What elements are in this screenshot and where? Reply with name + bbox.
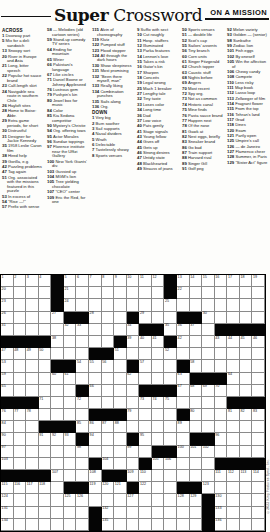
grid-cell[interactable] [240, 433, 253, 445]
grid-cell[interactable] [114, 312, 127, 324]
grid-cell[interactable] [102, 385, 115, 397]
grid-cell[interactable] [114, 397, 127, 409]
grid-cell[interactable]: 132 [102, 507, 115, 519]
grid-cell[interactable] [26, 373, 39, 385]
grid-cell[interactable] [177, 519, 190, 531]
grid-cell[interactable]: 56 [102, 360, 115, 372]
grid-cell[interactable]: 70 [215, 385, 228, 397]
grid-cell[interactable] [215, 299, 228, 311]
grid-cell[interactable] [227, 360, 240, 372]
grid-cell[interactable] [114, 433, 127, 445]
grid-cell[interactable] [102, 494, 115, 506]
grid-cell[interactable] [139, 519, 152, 531]
grid-cell[interactable] [215, 446, 228, 458]
grid-cell[interactable] [89, 397, 102, 409]
grid-cell[interactable]: 84 [1, 421, 14, 433]
grid-cell[interactable] [39, 446, 52, 458]
grid-cell[interactable] [51, 494, 64, 506]
grid-cell[interactable] [14, 507, 27, 519]
grid-cell[interactable]: 112 [227, 470, 240, 482]
grid-cell[interactable] [227, 446, 240, 458]
grid-cell[interactable]: 105 [152, 458, 165, 470]
grid-cell[interactable]: 75 [164, 397, 177, 409]
grid-cell[interactable] [51, 348, 64, 360]
grid-cell[interactable] [240, 312, 253, 324]
grid-cell[interactable]: 43 [215, 336, 228, 348]
grid-cell[interactable]: 29 [139, 312, 152, 324]
grid-cell[interactable]: 21 [64, 287, 77, 299]
grid-cell[interactable]: 107 [51, 470, 64, 482]
grid-cell[interactable] [215, 409, 228, 421]
grid-cell[interactable] [252, 507, 265, 519]
grid-cell[interactable] [139, 507, 152, 519]
grid-cell[interactable]: 72 [76, 397, 89, 409]
grid-cell[interactable] [26, 458, 39, 470]
grid-cell[interactable]: 134 [1, 519, 14, 531]
grid-cell[interactable] [240, 507, 253, 519]
grid-cell[interactable] [202, 397, 215, 409]
grid-cell[interactable] [139, 287, 152, 299]
grid-cell[interactable] [39, 409, 52, 421]
grid-cell[interactable] [152, 470, 165, 482]
grid-cell[interactable] [14, 494, 27, 506]
grid-cell[interactable] [26, 312, 39, 324]
grid-cell[interactable] [76, 287, 89, 299]
grid-cell[interactable] [39, 494, 52, 506]
grid-cell[interactable] [89, 324, 102, 336]
grid-cell[interactable] [240, 421, 253, 433]
grid-cell[interactable] [202, 348, 215, 360]
grid-cell[interactable] [202, 360, 215, 372]
grid-cell[interactable]: 24 [64, 299, 77, 311]
grid-cell[interactable]: 49 [26, 348, 39, 360]
grid-cell[interactable]: 89 [177, 421, 190, 433]
grid-cell[interactable] [139, 421, 152, 433]
grid-cell[interactable] [190, 507, 203, 519]
grid-cell[interactable]: 62 [127, 373, 140, 385]
grid-cell[interactable]: 115 [1, 482, 14, 494]
grid-cell[interactable] [76, 299, 89, 311]
grid-cell[interactable] [152, 360, 165, 372]
grid-cell[interactable] [39, 324, 52, 336]
grid-cell[interactable] [240, 348, 253, 360]
grid-cell[interactable]: 15 [202, 275, 215, 287]
grid-cell[interactable]: 82 [240, 409, 253, 421]
grid-cell[interactable]: 97 [1, 446, 14, 458]
grid-cell[interactable]: 118 [39, 482, 52, 494]
grid-cell[interactable]: 71 [39, 397, 52, 409]
grid-cell[interactable] [252, 519, 265, 531]
grid-cell[interactable] [164, 433, 177, 445]
grid-cell[interactable] [64, 336, 77, 348]
grid-cell[interactable] [89, 494, 102, 506]
grid-cell[interactable]: 125 [64, 494, 77, 506]
grid-cell[interactable] [152, 287, 165, 299]
grid-cell[interactable]: 94 [89, 433, 102, 445]
grid-cell[interactable]: 47 [1, 348, 14, 360]
grid-cell[interactable] [227, 482, 240, 494]
grid-cell[interactable]: 67 [177, 385, 190, 397]
grid-cell[interactable]: 22 [177, 287, 190, 299]
grid-cell[interactable] [240, 446, 253, 458]
grid-cell[interactable]: 12 [152, 275, 165, 287]
grid-cell[interactable] [202, 336, 215, 348]
grid-cell[interactable] [26, 287, 39, 299]
grid-cell[interactable]: 42 [177, 336, 190, 348]
grid-cell[interactable]: 34 [127, 324, 140, 336]
grid-cell[interactable]: 44 [227, 336, 240, 348]
grid-cell[interactable] [26, 494, 39, 506]
grid-cell[interactable] [139, 409, 152, 421]
grid-cell[interactable]: 80 [190, 409, 203, 421]
grid-cell[interactable] [14, 385, 27, 397]
grid-cell[interactable]: 87 [102, 421, 115, 433]
grid-cell[interactable] [114, 373, 127, 385]
grid-cell[interactable] [202, 470, 215, 482]
grid-cell[interactable] [114, 324, 127, 336]
grid-cell[interactable] [64, 409, 77, 421]
grid-cell[interactable] [152, 299, 165, 311]
grid-cell[interactable] [51, 507, 64, 519]
grid-cell[interactable]: 135 [102, 519, 115, 531]
grid-cell[interactable]: 79 [127, 409, 140, 421]
grid-cell[interactable] [64, 446, 77, 458]
grid-cell[interactable]: 78 [26, 409, 39, 421]
grid-cell[interactable]: 18 [240, 275, 253, 287]
grid-cell[interactable] [39, 360, 52, 372]
grid-cell[interactable] [76, 519, 89, 531]
grid-cell[interactable] [127, 397, 140, 409]
grid-cell[interactable] [252, 433, 265, 445]
grid-cell[interactable] [127, 385, 140, 397]
grid-cell[interactable] [164, 470, 177, 482]
grid-cell[interactable] [139, 494, 152, 506]
grid-cell[interactable]: 28 [89, 312, 102, 324]
grid-cell[interactable] [102, 299, 115, 311]
grid-cell[interactable] [89, 299, 102, 311]
grid-cell[interactable]: 113 [240, 470, 253, 482]
grid-cell[interactable] [26, 385, 39, 397]
grid-cell[interactable] [227, 421, 240, 433]
grid-cell[interactable] [215, 312, 228, 324]
grid-cell[interactable] [164, 312, 177, 324]
grid-cell[interactable]: 124 [1, 494, 14, 506]
grid-cell[interactable] [152, 494, 165, 506]
grid-cell[interactable] [14, 458, 27, 470]
grid-cell[interactable] [64, 507, 77, 519]
grid-cell[interactable] [51, 385, 64, 397]
grid-cell[interactable]: 64 [227, 373, 240, 385]
grid-cell[interactable] [26, 299, 39, 311]
grid-cell[interactable]: 128 [177, 494, 190, 506]
grid-cell[interactable] [227, 494, 240, 506]
grid-cell[interactable] [164, 373, 177, 385]
grid-cell[interactable]: 3 [26, 275, 39, 287]
grid-cell[interactable] [190, 348, 203, 360]
grid-cell[interactable] [164, 519, 177, 531]
grid-cell[interactable]: 93 [64, 433, 77, 445]
grid-cell[interactable] [76, 458, 89, 470]
grid-cell[interactable]: 51 [114, 348, 127, 360]
grid-cell[interactable]: 60 [51, 373, 64, 385]
grid-cell[interactable] [26, 433, 39, 445]
grid-cell[interactable] [102, 336, 115, 348]
grid-cell[interactable] [26, 446, 39, 458]
grid-cell[interactable] [39, 299, 52, 311]
grid-cell[interactable] [14, 312, 27, 324]
grid-cell[interactable] [14, 373, 27, 385]
grid-cell[interactable] [190, 299, 203, 311]
grid-cell[interactable]: 136 [215, 519, 228, 531]
grid-cell[interactable]: 114 [252, 470, 265, 482]
grid-cell[interactable] [152, 482, 165, 494]
grid-cell[interactable]: 8 [102, 275, 115, 287]
grid-cell[interactable]: 117 [26, 482, 39, 494]
grid-cell[interactable] [39, 312, 52, 324]
grid-cell[interactable] [64, 458, 77, 470]
grid-cell[interactable] [177, 433, 190, 445]
grid-cell[interactable]: 81 [227, 409, 240, 421]
grid-cell[interactable] [26, 507, 39, 519]
grid-cell[interactable] [177, 470, 190, 482]
grid-cell[interactable] [139, 373, 152, 385]
grid-cell[interactable]: 101 [190, 446, 203, 458]
grid-cell[interactable] [114, 287, 127, 299]
grid-cell[interactable] [152, 519, 165, 531]
grid-cell[interactable] [26, 360, 39, 372]
grid-cell[interactable]: 133 [215, 507, 228, 519]
grid-cell[interactable]: 106 [164, 458, 177, 470]
grid-cell[interactable] [227, 287, 240, 299]
grid-cell[interactable]: 39 [127, 336, 140, 348]
grid-cell[interactable] [152, 348, 165, 360]
grid-cell[interactable]: 119 [89, 482, 102, 494]
grid-cell[interactable]: 23 [1, 299, 14, 311]
grid-cell[interactable] [202, 299, 215, 311]
grid-cell[interactable]: 16 [215, 275, 228, 287]
grid-cell[interactable]: 36 [177, 324, 190, 336]
grid-cell[interactable] [114, 446, 127, 458]
grid-cell[interactable] [152, 507, 165, 519]
grid-cell[interactable] [102, 446, 115, 458]
grid-cell[interactable] [215, 397, 228, 409]
grid-cell[interactable]: 45 [240, 336, 253, 348]
grid-cell[interactable] [76, 470, 89, 482]
grid-cell[interactable] [139, 348, 152, 360]
grid-cell[interactable]: 1 [1, 275, 14, 287]
grid-cell[interactable]: 41 [152, 336, 165, 348]
grid-cell[interactable] [190, 519, 203, 531]
grid-cell[interactable] [139, 446, 152, 458]
grid-cell[interactable] [240, 385, 253, 397]
grid-cell[interactable] [51, 324, 64, 336]
grid-cell[interactable] [227, 348, 240, 360]
grid-cell[interactable] [14, 446, 27, 458]
grid-cell[interactable] [252, 348, 265, 360]
grid-cell[interactable]: 86 [89, 421, 102, 433]
grid-cell[interactable] [51, 482, 64, 494]
grid-cell[interactable]: 54 [76, 360, 89, 372]
grid-cell[interactable]: 35 [164, 324, 177, 336]
grid-cell[interactable]: 102 [202, 446, 215, 458]
grid-cell[interactable]: 108 [89, 470, 102, 482]
grid-cell[interactable] [51, 519, 64, 531]
grid-cell[interactable] [114, 299, 127, 311]
grid-cell[interactable]: 9 [114, 275, 127, 287]
grid-cell[interactable] [26, 519, 39, 531]
grid-cell[interactable] [26, 324, 39, 336]
grid-cell[interactable]: 77 [14, 409, 27, 421]
grid-cell[interactable]: 20 [1, 287, 14, 299]
grid-cell[interactable] [64, 348, 77, 360]
grid-cell[interactable]: 92 [51, 433, 64, 445]
grid-cell[interactable]: 10 [127, 275, 140, 287]
grid-cell[interactable]: 90 [1, 433, 14, 445]
grid-cell[interactable] [252, 312, 265, 324]
grid-cell[interactable]: 83 [252, 409, 265, 421]
grid-cell[interactable]: 103 [1, 458, 14, 470]
grid-cell[interactable]: 69 [202, 385, 215, 397]
grid-cell[interactable] [76, 409, 89, 421]
grid-cell[interactable] [190, 397, 203, 409]
grid-cell[interactable] [14, 324, 27, 336]
grid-cell[interactable]: 66 [89, 385, 102, 397]
grid-cell[interactable]: 37 [190, 324, 203, 336]
grid-cell[interactable] [252, 360, 265, 372]
grid-cell[interactable] [240, 287, 253, 299]
grid-cell[interactable] [240, 494, 253, 506]
grid-cell[interactable] [190, 470, 203, 482]
grid-cell[interactable]: 19 [252, 275, 265, 287]
grid-cell[interactable] [215, 360, 228, 372]
grid-cell[interactable]: 53 [1, 360, 14, 372]
grid-cell[interactable]: 65 [1, 385, 14, 397]
grid-cell[interactable] [252, 299, 265, 311]
grid-cell[interactable] [202, 324, 215, 336]
grid-cell[interactable]: 50 [39, 348, 52, 360]
grid-cell[interactable] [64, 397, 77, 409]
grid-cell[interactable] [240, 360, 253, 372]
grid-cell[interactable] [102, 287, 115, 299]
grid-cell[interactable] [127, 421, 140, 433]
grid-cell[interactable]: 130 [215, 494, 228, 506]
grid-cell[interactable] [39, 373, 52, 385]
grid-cell[interactable]: 96 [215, 433, 228, 445]
grid-cell[interactable] [177, 507, 190, 519]
grid-cell[interactable]: 63 [177, 373, 190, 385]
grid-cell[interactable] [252, 421, 265, 433]
grid-cell[interactable] [76, 507, 89, 519]
grid-cell[interactable]: 129 [190, 494, 203, 506]
grid-cell[interactable] [215, 482, 228, 494]
grid-cell[interactable]: 2 [14, 275, 27, 287]
grid-cell[interactable] [102, 324, 115, 336]
grid-cell[interactable]: 7 [89, 275, 102, 287]
grid-cell[interactable] [114, 385, 127, 397]
grid-cell[interactable] [240, 373, 253, 385]
grid-cell[interactable]: 95 [139, 433, 152, 445]
grid-cell[interactable] [152, 421, 165, 433]
grid-cell[interactable] [26, 421, 39, 433]
grid-cell[interactable] [14, 287, 27, 299]
grid-cell[interactable] [164, 421, 177, 433]
grid-cell[interactable] [152, 312, 165, 324]
grid-cell[interactable] [102, 373, 115, 385]
grid-cell[interactable]: 4 [39, 275, 52, 287]
grid-cell[interactable] [240, 482, 253, 494]
grid-cell[interactable] [227, 519, 240, 531]
grid-cell[interactable]: 52 [164, 348, 177, 360]
grid-cell[interactable] [164, 494, 177, 506]
grid-cell[interactable] [127, 287, 140, 299]
grid-cell[interactable]: 6 [76, 275, 89, 287]
grid-cell[interactable]: 91 [39, 433, 52, 445]
grid-cell[interactable] [76, 336, 89, 348]
grid-cell[interactable] [164, 360, 177, 372]
grid-cell[interactable] [152, 409, 165, 421]
grid-cell[interactable] [177, 348, 190, 360]
grid-cell[interactable]: 98 [76, 446, 89, 458]
grid-cell[interactable] [252, 482, 265, 494]
grid-cell[interactable] [215, 287, 228, 299]
grid-cell[interactable] [252, 373, 265, 385]
grid-cell[interactable] [102, 433, 115, 445]
grid-cell[interactable] [202, 421, 215, 433]
grid-cell[interactable] [227, 433, 240, 445]
grid-cell[interactable]: 121 [114, 482, 127, 494]
grid-cell[interactable] [252, 287, 265, 299]
grid-cell[interactable]: 76 [1, 409, 14, 421]
grid-cell[interactable]: 120 [102, 482, 115, 494]
grid-cell[interactable]: 100 [177, 446, 190, 458]
grid-cell[interactable] [227, 299, 240, 311]
grid-cell[interactable] [177, 458, 190, 470]
grid-cell[interactable]: 126 [76, 494, 89, 506]
grid-cell[interactable] [252, 446, 265, 458]
grid-cell[interactable]: 57 [139, 360, 152, 372]
grid-cell[interactable]: 11 [139, 275, 152, 287]
grid-cell[interactable]: 32 [64, 324, 77, 336]
grid-cell[interactable]: 88 [114, 421, 127, 433]
grid-cell[interactable] [114, 458, 127, 470]
grid-cell[interactable]: 5 [64, 275, 77, 287]
grid-cell[interactable] [51, 446, 64, 458]
grid-cell[interactable] [215, 348, 228, 360]
grid-cell[interactable]: 131 [1, 507, 14, 519]
grid-cell[interactable]: 110 [139, 470, 152, 482]
grid-cell[interactable] [164, 409, 177, 421]
grid-cell[interactable] [164, 507, 177, 519]
grid-cell[interactable]: 58 [190, 360, 203, 372]
grid-cell[interactable] [227, 507, 240, 519]
grid-cell[interactable]: 13 [177, 275, 190, 287]
grid-cell[interactable] [76, 373, 89, 385]
grid-cell[interactable] [39, 385, 52, 397]
grid-cell[interactable] [114, 507, 127, 519]
grid-cell[interactable] [252, 494, 265, 506]
grid-cell[interactable]: 48 [14, 348, 27, 360]
grid-cell[interactable] [51, 397, 64, 409]
grid-cell[interactable]: 26 [1, 312, 14, 324]
grid-cell[interactable] [76, 348, 89, 360]
grid-cell[interactable]: 74 [152, 397, 165, 409]
grid-cell[interactable]: 68 [190, 385, 203, 397]
grid-cell[interactable]: 25 [164, 299, 177, 311]
grid-cell[interactable] [190, 336, 203, 348]
grid-cell[interactable] [127, 299, 140, 311]
grid-cell[interactable] [240, 519, 253, 531]
grid-cell[interactable] [152, 433, 165, 445]
